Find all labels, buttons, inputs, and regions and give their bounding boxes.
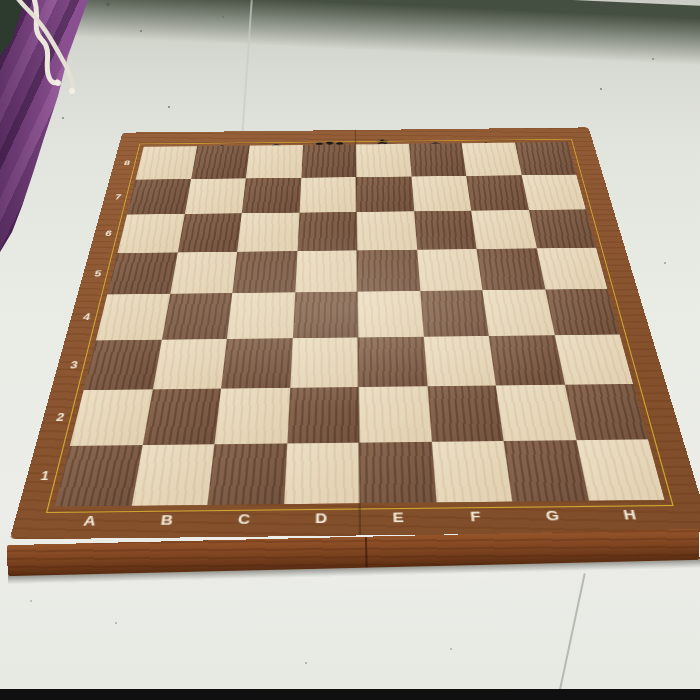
black-rook-glyph: ♜ (503, 142, 585, 162)
front-edge-fold-seam (365, 537, 368, 568)
black-king-glyph: ♚ (344, 137, 422, 163)
rank-label-6: 6 (95, 228, 122, 239)
black-pawn-glyph: ♟ (510, 177, 595, 196)
rank-label-5: 5 (84, 268, 113, 280)
black-queen-glyph: ♛ (344, 243, 432, 275)
black-bishop-glyph: ♝ (236, 142, 315, 164)
black-rook-glyph: ♜ (127, 146, 208, 166)
photo-bottom-dark-strip (0, 689, 700, 700)
board-frame: ABCDEFGH87654321 ♜♞♝♛♚♝♞♜♟♟♟♟♟♟♟♟♛♛♟♟♟♟♟… (10, 127, 700, 539)
chessboard: ABCDEFGH87654321 ♜♞♝♛♚♝♞♜♟♟♟♟♟♟♟♟♛♛♟♟♟♟♟… (0, 0, 700, 700)
